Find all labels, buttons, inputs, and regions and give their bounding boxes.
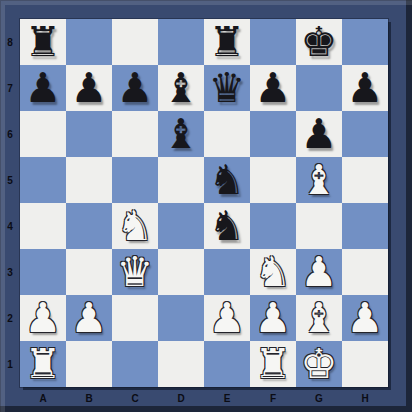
square-f4[interactable]: [250, 203, 296, 249]
square-e6[interactable]: [204, 111, 250, 157]
square-e4[interactable]: ♞: [204, 203, 250, 249]
piece-black-pawn[interactable]: ♟: [71, 65, 108, 111]
piece-black-bishop[interactable]: ♝: [163, 65, 200, 111]
piece-white-pawn[interactable]: ♟: [255, 295, 292, 341]
square-e5[interactable]: ♞: [204, 157, 250, 203]
square-g1[interactable]: ♚: [296, 341, 342, 387]
square-g3[interactable]: ♟: [296, 249, 342, 295]
square-b5[interactable]: [66, 157, 112, 203]
file-label-c: C: [112, 387, 158, 409]
square-e7[interactable]: ♛: [204, 65, 250, 111]
piece-black-rook[interactable]: ♜: [209, 19, 246, 65]
file-label-f: F: [250, 387, 296, 409]
square-d2[interactable]: [158, 295, 204, 341]
file-label-h: H: [342, 387, 388, 409]
square-g4[interactable]: [296, 203, 342, 249]
piece-black-bishop[interactable]: ♝: [163, 111, 200, 157]
square-f7[interactable]: ♟: [250, 65, 296, 111]
piece-black-rook[interactable]: ♜: [25, 19, 62, 65]
square-f3[interactable]: ♞: [250, 249, 296, 295]
square-a3[interactable]: [20, 249, 66, 295]
square-d8[interactable]: [158, 19, 204, 65]
square-e3[interactable]: [204, 249, 250, 295]
square-c1[interactable]: [112, 341, 158, 387]
piece-black-pawn[interactable]: ♟: [255, 65, 292, 111]
piece-white-knight[interactable]: ♞: [117, 203, 154, 249]
square-a1[interactable]: ♜: [20, 341, 66, 387]
square-a2[interactable]: ♟: [20, 295, 66, 341]
file-label-g: G: [296, 387, 342, 409]
piece-white-bishop[interactable]: ♝: [301, 157, 338, 203]
piece-black-king[interactable]: ♚: [301, 19, 338, 65]
square-g6[interactable]: ♟: [296, 111, 342, 157]
piece-black-knight[interactable]: ♞: [209, 157, 246, 203]
chessboard-frame: 87654321 ♜♜♚♟♟♟♝♛♟♟♝♟♞♝♞♞♛♞♟♟♟♟♟♝♟♜♜♚ AB…: [0, 0, 412, 412]
piece-white-rook[interactable]: ♜: [255, 341, 292, 387]
rank-label-8: 8: [0, 19, 20, 65]
rank-label-3: 3: [0, 249, 20, 295]
square-f8[interactable]: [250, 19, 296, 65]
rank-labels: 87654321: [0, 19, 20, 387]
square-c7[interactable]: ♟: [112, 65, 158, 111]
file-label-d: D: [158, 387, 204, 409]
square-h5[interactable]: [342, 157, 388, 203]
piece-black-pawn[interactable]: ♟: [347, 65, 384, 111]
square-d6[interactable]: ♝: [158, 111, 204, 157]
square-h1[interactable]: [342, 341, 388, 387]
square-a7[interactable]: ♟: [20, 65, 66, 111]
square-d4[interactable]: [158, 203, 204, 249]
piece-black-pawn[interactable]: ♟: [301, 111, 338, 157]
piece-white-knight[interactable]: ♞: [255, 249, 292, 295]
file-labels: ABCDEFGH: [20, 387, 388, 409]
square-g5[interactable]: ♝: [296, 157, 342, 203]
piece-white-queen[interactable]: ♛: [117, 249, 154, 295]
rank-label-2: 2: [0, 295, 20, 341]
piece-black-knight[interactable]: ♞: [209, 203, 246, 249]
square-g7[interactable]: [296, 65, 342, 111]
piece-white-pawn[interactable]: ♟: [347, 295, 384, 341]
square-h7[interactable]: ♟: [342, 65, 388, 111]
file-label-e: E: [204, 387, 250, 409]
square-c8[interactable]: [112, 19, 158, 65]
piece-white-pawn[interactable]: ♟: [25, 295, 62, 341]
square-b8[interactable]: [66, 19, 112, 65]
square-b1[interactable]: [66, 341, 112, 387]
square-h3[interactable]: [342, 249, 388, 295]
square-c3[interactable]: ♛: [112, 249, 158, 295]
square-b3[interactable]: [66, 249, 112, 295]
square-f6[interactable]: [250, 111, 296, 157]
rank-label-1: 1: [0, 341, 20, 387]
square-a4[interactable]: [20, 203, 66, 249]
file-label-a: A: [20, 387, 66, 409]
square-a5[interactable]: [20, 157, 66, 203]
file-label-b: B: [66, 387, 112, 409]
square-c2[interactable]: [112, 295, 158, 341]
square-c4[interactable]: ♞: [112, 203, 158, 249]
piece-black-pawn[interactable]: ♟: [117, 65, 154, 111]
square-d1[interactable]: [158, 341, 204, 387]
square-f5[interactable]: [250, 157, 296, 203]
rank-label-5: 5: [0, 157, 20, 203]
square-c6[interactable]: [112, 111, 158, 157]
square-h8[interactable]: [342, 19, 388, 65]
square-c5[interactable]: [112, 157, 158, 203]
square-e1[interactable]: [204, 341, 250, 387]
piece-black-pawn[interactable]: ♟: [25, 65, 62, 111]
piece-white-pawn[interactable]: ♟: [301, 249, 338, 295]
square-a6[interactable]: [20, 111, 66, 157]
rank-label-4: 4: [0, 203, 20, 249]
piece-black-queen[interactable]: ♛: [209, 65, 246, 111]
square-g2[interactable]: ♝: [296, 295, 342, 341]
piece-white-rook[interactable]: ♜: [25, 341, 62, 387]
piece-white-king[interactable]: ♚: [301, 341, 338, 387]
square-d5[interactable]: [158, 157, 204, 203]
square-b7[interactable]: ♟: [66, 65, 112, 111]
square-d7[interactable]: ♝: [158, 65, 204, 111]
piece-white-pawn[interactable]: ♟: [209, 295, 246, 341]
square-a8[interactable]: ♜: [20, 19, 66, 65]
square-f2[interactable]: ♟: [250, 295, 296, 341]
chess-board: ♜♜♚♟♟♟♝♛♟♟♝♟♞♝♞♞♛♞♟♟♟♟♟♝♟♜♜♚: [20, 19, 388, 387]
square-h2[interactable]: ♟: [342, 295, 388, 341]
square-f1[interactable]: ♜: [250, 341, 296, 387]
rank-label-6: 6: [0, 111, 20, 157]
square-d3[interactable]: [158, 249, 204, 295]
square-h4[interactable]: [342, 203, 388, 249]
rank-label-7: 7: [0, 65, 20, 111]
square-g8[interactable]: ♚: [296, 19, 342, 65]
square-b6[interactable]: [66, 111, 112, 157]
square-b2[interactable]: ♟: [66, 295, 112, 341]
square-e2[interactable]: ♟: [204, 295, 250, 341]
square-e8[interactable]: ♜: [204, 19, 250, 65]
piece-white-pawn[interactable]: ♟: [71, 295, 108, 341]
piece-white-bishop[interactable]: ♝: [301, 295, 338, 341]
square-h6[interactable]: [342, 111, 388, 157]
square-b4[interactable]: [66, 203, 112, 249]
